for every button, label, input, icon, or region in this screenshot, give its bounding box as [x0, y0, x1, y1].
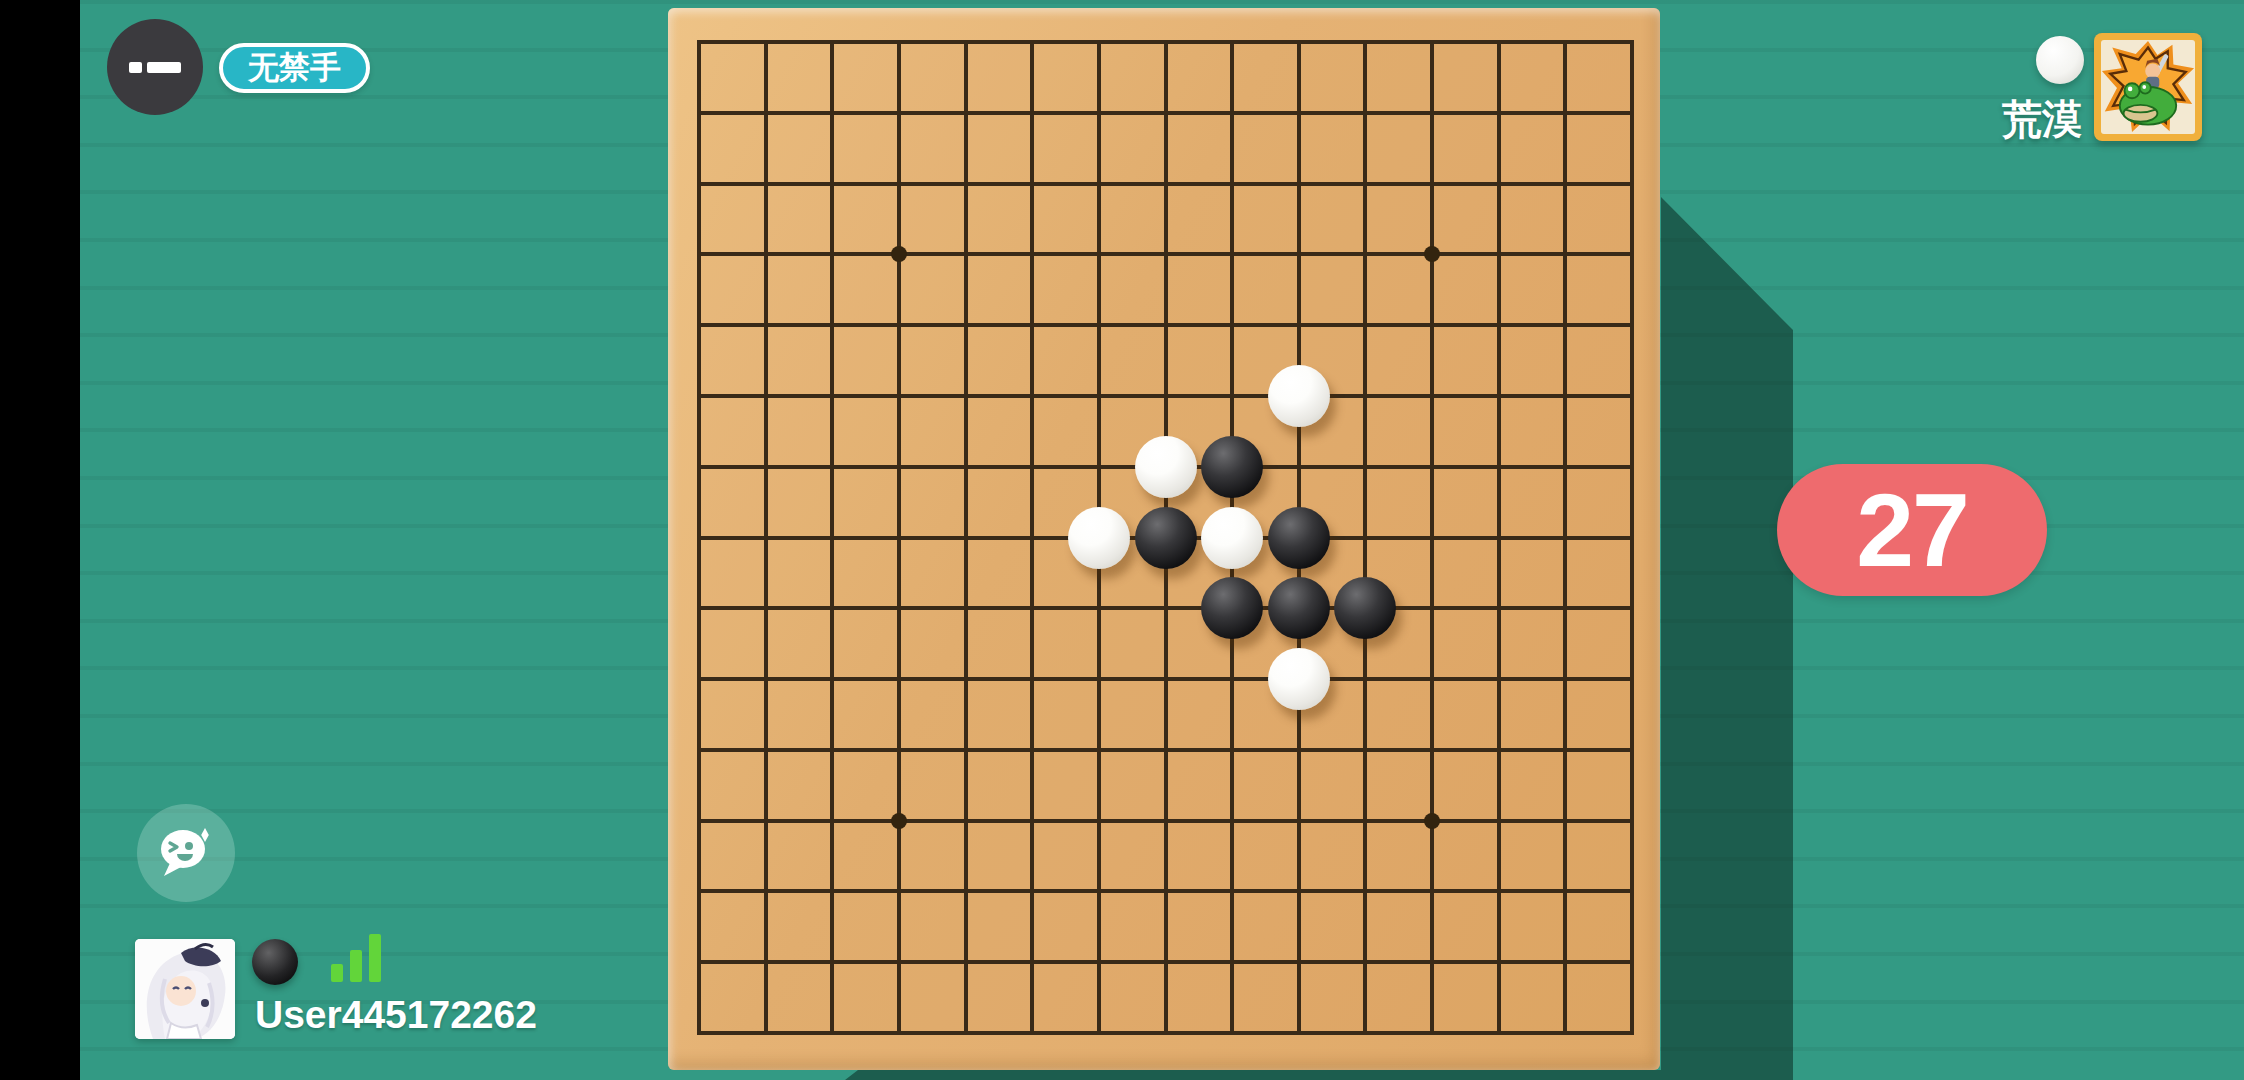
black-stone [1268, 507, 1330, 569]
avatar-anime-girl-image [135, 939, 235, 1039]
black-stone [1135, 507, 1197, 569]
connection-signal-icon [331, 934, 393, 982]
chat-button[interactable] [137, 804, 235, 902]
avatar-dragon-knight-image [2101, 40, 2195, 134]
black-stone [1268, 577, 1330, 639]
star-point [1424, 246, 1440, 262]
black-player-avatar[interactable] [135, 939, 235, 1039]
white-stone [1068, 507, 1130, 569]
game-screen: 无禁手 27 荒漠 [0, 0, 2244, 1080]
letterbox-bar [0, 0, 80, 1080]
chat-emoji-icon [155, 822, 217, 884]
white-stone-icon [2036, 36, 2084, 84]
gomoku-board[interactable] [668, 8, 1660, 1070]
menu-button[interactable] [107, 19, 203, 115]
timer-value: 27 [1856, 478, 1968, 582]
black-stone [1334, 577, 1396, 639]
hamburger-menu-icon [129, 54, 181, 81]
move-timer: 27 [1777, 464, 2047, 596]
rule-badge: 无禁手 [219, 43, 370, 93]
black-player-name: User445172262 [255, 993, 537, 1037]
white-stone [1135, 436, 1197, 498]
black-stone [1201, 436, 1263, 498]
board-grid[interactable] [697, 40, 1634, 1035]
white-stone [1268, 648, 1330, 710]
white-stone [1268, 365, 1330, 427]
star-point [891, 813, 907, 829]
white-stone [1201, 507, 1263, 569]
black-stone-icon [252, 939, 298, 985]
black-stone [1201, 577, 1263, 639]
white-player-avatar[interactable] [2094, 33, 2202, 141]
star-point [891, 246, 907, 262]
star-point [1424, 813, 1440, 829]
